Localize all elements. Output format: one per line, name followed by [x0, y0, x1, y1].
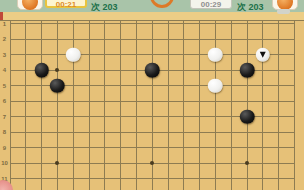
top-bar: 00:21 次 203 00:29 次 203	[0, 0, 304, 12]
right-player-move-count: 次 203	[237, 1, 264, 14]
grid-line-col-M	[199, 21, 200, 190]
star-point-D4	[55, 68, 59, 72]
grid-line-col-R	[278, 21, 279, 190]
grid-line-col-K	[168, 21, 169, 190]
row-label-9: 9	[0, 145, 9, 151]
grid-line-col-H	[120, 21, 121, 190]
stone-black-D5	[50, 78, 65, 93]
stone-white-N3	[208, 47, 223, 62]
star-point-J10	[150, 161, 154, 165]
left-player-avatar[interactable]	[17, 0, 43, 10]
grid-line-col-A	[10, 21, 11, 190]
go-board[interactable]: ABCDEFGHIJKLMNOPQRS1234567891011	[0, 0, 304, 190]
grid-line-col-L	[183, 21, 184, 190]
star-point-D10	[55, 161, 59, 165]
left-player-timer: 00:21	[45, 0, 87, 8]
stone-white-Q3	[256, 47, 271, 62]
grid-line-row-6	[10, 101, 295, 102]
grid-line-col-B	[25, 21, 26, 190]
row-label-8: 8	[0, 129, 9, 135]
grid-line-col-G	[104, 21, 105, 190]
grid-line-col-O	[231, 21, 232, 190]
row-label-3: 3	[0, 52, 9, 58]
left-edge-red-fragment	[0, 12, 3, 20]
star-point-P10	[245, 161, 249, 165]
go-app-screen: 00:21 次 203 00:29 次 203 ABCDEFGHIJKLMNOP…	[0, 0, 304, 190]
row-label-4: 4	[0, 67, 9, 73]
row-label-1: 1	[0, 21, 9, 27]
grid-line-col-C	[41, 21, 42, 190]
stone-black-P7	[240, 109, 255, 124]
left-player-move-count: 次 203	[91, 1, 118, 14]
stone-black-P4	[240, 63, 255, 78]
grid-line-row-11	[10, 178, 295, 179]
grid-line-col-I	[136, 21, 137, 190]
row-label-6: 6	[0, 98, 9, 104]
center-logo-icon	[150, 0, 174, 8]
grid-line-row-1	[10, 23, 295, 24]
grid-line-col-S	[294, 21, 295, 190]
grid-line-row-9	[10, 147, 295, 148]
right-player-timer: 00:29	[190, 0, 232, 9]
row-label-5: 5	[0, 83, 9, 89]
grid-line-row-2	[10, 39, 295, 40]
row-label-10: 10	[0, 160, 9, 166]
grid-line-col-F	[89, 21, 90, 190]
row-label-7: 7	[0, 114, 9, 120]
stone-black-J4	[145, 63, 160, 78]
last-move-triangle-marker	[260, 51, 266, 57]
stone-white-E3	[66, 47, 81, 62]
row-label-2: 2	[0, 36, 9, 42]
grid-line-row-8	[10, 132, 295, 133]
grid-line-row-3	[10, 54, 295, 55]
stone-white-N5	[208, 78, 223, 93]
avatar-tab-decoration	[277, 9, 290, 14]
left-avatar-image	[22, 0, 38, 10]
stone-black-C4	[34, 63, 49, 78]
